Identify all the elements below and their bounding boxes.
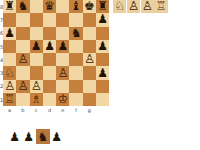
square-b2[interactable]: ♙ bbox=[16, 80, 29, 93]
piece-white-pawn[interactable]: ♙ bbox=[18, 80, 29, 93]
square-h3[interactable]: ♟ bbox=[96, 66, 109, 79]
square-b7[interactable] bbox=[16, 13, 29, 26]
square-g5[interactable] bbox=[83, 40, 96, 53]
piece-black-pawn[interactable]: ♟ bbox=[44, 40, 55, 53]
square-a4[interactable] bbox=[3, 53, 16, 66]
square-e8[interactable] bbox=[56, 0, 69, 13]
piece-white-rook[interactable]: ♖ bbox=[4, 93, 15, 106]
square-a8[interactable]: ♜ bbox=[3, 0, 16, 13]
square-h2[interactable] bbox=[96, 80, 109, 93]
square-g8[interactable]: ♚ bbox=[83, 0, 96, 13]
captured-black-pawn: ♟ bbox=[8, 129, 22, 144]
black-knight-icon: ♞ bbox=[37, 130, 48, 144]
piece-black-rook[interactable]: ♜ bbox=[97, 0, 108, 13]
square-g2[interactable] bbox=[83, 80, 96, 93]
square-f1[interactable] bbox=[69, 93, 82, 106]
square-g7[interactable] bbox=[83, 13, 96, 26]
square-d8[interactable]: ♛ bbox=[43, 0, 56, 13]
file-label-d: d bbox=[43, 107, 56, 113]
square-b8[interactable]: ♞ bbox=[16, 0, 29, 13]
square-b4[interactable]: ♙ bbox=[16, 53, 29, 66]
white-pawn-icon: ♙ bbox=[142, 0, 153, 13]
square-c4[interactable] bbox=[30, 53, 43, 66]
square-a1[interactable]: ♖ bbox=[3, 93, 16, 106]
square-g4[interactable]: ♙ bbox=[83, 53, 96, 66]
square-h8[interactable]: ♜ bbox=[96, 0, 109, 13]
captured-white-tray: ♘♙♙♖ bbox=[113, 0, 168, 13]
captured-white-rook: ♖ bbox=[154, 0, 167, 13]
square-c1[interactable]: ♗ bbox=[30, 93, 43, 106]
piece-black-pawn[interactable]: ♟ bbox=[97, 40, 108, 53]
square-c5[interactable]: ♟ bbox=[30, 40, 43, 53]
piece-black-king[interactable]: ♚ bbox=[84, 0, 95, 13]
piece-white-pawn[interactable]: ♙ bbox=[4, 80, 15, 93]
square-f6[interactable]: ♞ bbox=[69, 27, 82, 40]
square-a6[interactable]: ♟ bbox=[3, 27, 16, 40]
captured-white-pawn: ♙ bbox=[127, 0, 140, 13]
square-e7[interactable] bbox=[56, 13, 69, 26]
square-g1[interactable] bbox=[83, 93, 96, 106]
piece-white-knight[interactable]: ♘ bbox=[4, 67, 15, 80]
piece-black-pawn[interactable]: ♟ bbox=[31, 40, 42, 53]
captured-black-knight: ♞ bbox=[36, 129, 50, 144]
file-labels: abcdefg bbox=[3, 107, 96, 113]
square-c3[interactable] bbox=[30, 66, 43, 79]
piece-white-bishop[interactable]: ♗ bbox=[31, 93, 42, 106]
square-d4[interactable] bbox=[43, 53, 56, 66]
square-d1[interactable] bbox=[43, 93, 56, 106]
square-b5[interactable] bbox=[16, 40, 29, 53]
black-pawn-icon: ♟ bbox=[51, 130, 62, 144]
square-e4[interactable] bbox=[56, 53, 69, 66]
square-h6[interactable] bbox=[96, 27, 109, 40]
piece-black-bishop[interactable]: ♝ bbox=[71, 0, 82, 13]
piece-black-knight[interactable]: ♞ bbox=[18, 0, 29, 13]
square-e3[interactable]: ♙ bbox=[56, 66, 69, 79]
square-a7[interactable] bbox=[3, 13, 16, 26]
piece-black-rook[interactable]: ♜ bbox=[4, 0, 15, 13]
piece-black-queen[interactable]: ♛ bbox=[44, 0, 55, 13]
square-b1[interactable] bbox=[16, 93, 29, 106]
square-b3[interactable] bbox=[16, 66, 29, 79]
square-d3[interactable] bbox=[43, 66, 56, 79]
square-f3[interactable] bbox=[69, 66, 82, 79]
square-f4[interactable] bbox=[69, 53, 82, 66]
piece-black-pawn[interactable]: ♟ bbox=[97, 13, 108, 26]
square-e2[interactable] bbox=[56, 80, 69, 93]
piece-black-knight[interactable]: ♞ bbox=[71, 27, 82, 40]
white-knight-icon: ♘ bbox=[114, 0, 125, 13]
square-d2[interactable] bbox=[43, 80, 56, 93]
captured-black-pawn: ♟ bbox=[50, 129, 64, 144]
square-h5[interactable]: ♟ bbox=[96, 40, 109, 53]
square-f2[interactable] bbox=[69, 80, 82, 93]
file-label-g: g bbox=[83, 107, 96, 113]
square-a2[interactable]: ♙ bbox=[3, 80, 16, 93]
piece-white-pawn[interactable]: ♙ bbox=[18, 53, 29, 66]
square-c6[interactable] bbox=[30, 27, 43, 40]
piece-white-pawn[interactable]: ♙ bbox=[31, 80, 42, 93]
square-b6[interactable] bbox=[16, 27, 29, 40]
square-h7[interactable]: ♟ bbox=[96, 13, 109, 26]
piece-white-pawn[interactable]: ♙ bbox=[84, 53, 95, 66]
piece-white-king[interactable]: ♔ bbox=[57, 93, 68, 106]
square-f8[interactable]: ♝ bbox=[69, 0, 82, 13]
square-h1[interactable] bbox=[96, 93, 109, 106]
piece-black-pawn[interactable]: ♟ bbox=[57, 40, 68, 53]
square-f7[interactable] bbox=[69, 13, 82, 26]
captured-white-pawn: ♙ bbox=[141, 0, 154, 13]
square-e1[interactable]: ♔ bbox=[56, 93, 69, 106]
square-e5[interactable]: ♟ bbox=[56, 40, 69, 53]
square-c8[interactable] bbox=[30, 0, 43, 13]
black-pawn-icon: ♟ bbox=[9, 130, 20, 144]
square-a5[interactable] bbox=[3, 40, 16, 53]
white-rook-icon: ♖ bbox=[156, 0, 167, 13]
square-d5[interactable]: ♟ bbox=[43, 40, 56, 53]
square-e6[interactable] bbox=[56, 27, 69, 40]
square-d7[interactable] bbox=[43, 13, 56, 26]
square-g6[interactable] bbox=[83, 27, 96, 40]
piece-black-pawn[interactable]: ♟ bbox=[97, 67, 108, 80]
black-pawn-icon: ♟ bbox=[23, 130, 34, 144]
square-c2[interactable]: ♙ bbox=[30, 80, 43, 93]
file-label-e: e bbox=[56, 107, 69, 113]
square-c7[interactable] bbox=[30, 13, 43, 26]
file-label-c: c bbox=[30, 107, 43, 113]
captured-white-knight: ♘ bbox=[113, 0, 126, 13]
captured-black-tray: ♟♟♞♟ bbox=[8, 129, 64, 144]
piece-black-pawn[interactable]: ♟ bbox=[4, 27, 15, 40]
file-label-b: b bbox=[16, 107, 29, 113]
piece-white-pawn[interactable]: ♙ bbox=[57, 67, 68, 80]
file-label-f: f bbox=[69, 107, 82, 113]
square-g3[interactable] bbox=[83, 66, 96, 79]
page-background: 87654321 ♜♞♛♝♚♜♟♟♞♟♟♟♟♙♙♘♙♟♙♙♙♖♗♔ abcdef… bbox=[0, 0, 200, 150]
white-pawn-icon: ♙ bbox=[128, 0, 139, 13]
square-a3[interactable]: ♘ bbox=[3, 66, 16, 79]
file-label-a: a bbox=[3, 107, 16, 113]
square-d6[interactable] bbox=[43, 27, 56, 40]
captured-black-pawn: ♟ bbox=[22, 129, 36, 144]
square-h4[interactable] bbox=[96, 53, 109, 66]
chess-board[interactable]: ♜♞♛♝♚♜♟♟♞♟♟♟♟♙♙♘♙♟♙♙♙♖♗♔ bbox=[3, 0, 109, 106]
square-f5[interactable] bbox=[69, 40, 82, 53]
